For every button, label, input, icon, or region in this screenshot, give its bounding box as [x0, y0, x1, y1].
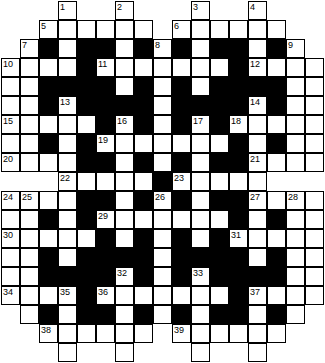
clue-number: 34: [3, 287, 13, 297]
grid-cell[interactable]: [248, 20, 267, 39]
clue-number: 18: [231, 116, 241, 126]
grid-cell[interactable]: [58, 324, 77, 343]
block-cell: [96, 229, 115, 248]
block-cell: [229, 39, 248, 58]
block-cell: [172, 115, 191, 134]
block-cell: [39, 210, 58, 229]
grid-cell[interactable]: 19: [96, 134, 115, 153]
grid-cell[interactable]: 3: [191, 1, 210, 20]
grid-cell[interactable]: [153, 210, 172, 229]
grid-cell[interactable]: 36: [96, 286, 115, 305]
grid-cell[interactable]: [267, 324, 286, 343]
grid-cell[interactable]: [115, 191, 134, 210]
grid-cell[interactable]: [1, 96, 20, 115]
grid-cell[interactable]: [191, 134, 210, 153]
grid-cell[interactable]: [286, 305, 305, 324]
grid-cell[interactable]: [115, 39, 134, 58]
block-cell: [229, 77, 248, 96]
grid-cell[interactable]: [267, 229, 286, 248]
grid-cell[interactable]: [153, 305, 172, 324]
grid-cell[interactable]: [286, 267, 305, 286]
grid-cell[interactable]: [191, 286, 210, 305]
outside-area: [267, 172, 286, 191]
grid-cell[interactable]: 31: [229, 229, 248, 248]
grid-cell[interactable]: [286, 153, 305, 172]
grid-cell[interactable]: [248, 324, 267, 343]
grid-cell[interactable]: [229, 324, 248, 343]
clue-number: 32: [117, 268, 127, 278]
clue-number: 24: [3, 192, 13, 202]
grid-cell[interactable]: [286, 134, 305, 153]
grid-cell[interactable]: 11: [96, 58, 115, 77]
grid-cell[interactable]: [191, 153, 210, 172]
grid-cell[interactable]: [58, 305, 77, 324]
grid-cell[interactable]: [210, 210, 229, 229]
clue-number: 26: [155, 192, 165, 202]
grid-cell[interactable]: [210, 20, 229, 39]
block-cell: [210, 39, 229, 58]
grid-cell[interactable]: [153, 267, 172, 286]
grid-cell[interactable]: [191, 305, 210, 324]
grid-cell[interactable]: 14: [248, 96, 267, 115]
block-cell: [267, 96, 286, 115]
block-cell: [172, 153, 191, 172]
grid-cell[interactable]: 30: [1, 229, 20, 248]
grid-cell[interactable]: [267, 58, 286, 77]
grid-cell[interactable]: [58, 343, 77, 362]
grid-cell[interactable]: [115, 229, 134, 248]
grid-cell[interactable]: [267, 153, 286, 172]
clue-number: 14: [250, 97, 260, 107]
block-cell: [267, 267, 286, 286]
grid-cell[interactable]: [115, 77, 134, 96]
block-cell: [77, 267, 96, 286]
outside-area: [305, 39, 324, 58]
outside-area: [305, 305, 324, 324]
block-cell: [134, 267, 153, 286]
grid-cell[interactable]: [58, 58, 77, 77]
block-cell: [172, 96, 191, 115]
grid-cell[interactable]: [115, 343, 134, 362]
clue-number: 5: [41, 21, 46, 31]
outside-area: [1, 343, 20, 362]
grid-cell[interactable]: [20, 96, 39, 115]
grid-cell[interactable]: [153, 58, 172, 77]
grid-cell[interactable]: [210, 134, 229, 153]
block-cell: [172, 267, 191, 286]
grid-cell[interactable]: [77, 20, 96, 39]
grid-cell[interactable]: [248, 134, 267, 153]
block-cell: [172, 229, 191, 248]
grid-cell[interactable]: 16: [115, 115, 134, 134]
block-cell: [153, 172, 172, 191]
grid-cell[interactable]: [115, 58, 134, 77]
grid-cell[interactable]: [20, 229, 39, 248]
grid-cell[interactable]: [305, 134, 324, 153]
grid-cell[interactable]: [134, 324, 153, 343]
grid-cell[interactable]: 29: [96, 210, 115, 229]
outside-area: [305, 1, 324, 20]
block-cell: [134, 229, 153, 248]
grid-cell[interactable]: 24: [1, 191, 20, 210]
grid-cell[interactable]: 18: [229, 115, 248, 134]
grid-cell[interactable]: [191, 343, 210, 362]
clue-number: 4: [250, 2, 255, 12]
block-cell: [210, 115, 229, 134]
block-cell: [77, 39, 96, 58]
grid-cell[interactable]: 5: [39, 20, 58, 39]
grid-cell[interactable]: [20, 115, 39, 134]
grid-cell[interactable]: [305, 210, 324, 229]
grid-cell[interactable]: [134, 286, 153, 305]
grid-cell[interactable]: [248, 115, 267, 134]
block-cell: [229, 210, 248, 229]
block-cell: [248, 77, 267, 96]
grid-cell[interactable]: 26: [153, 191, 172, 210]
grid-cell[interactable]: [134, 134, 153, 153]
clue-number: 1: [60, 2, 65, 12]
block-cell: [210, 229, 229, 248]
block-cell: [229, 267, 248, 286]
grid-cell[interactable]: [191, 229, 210, 248]
grid-cell[interactable]: [191, 58, 210, 77]
grid-cell[interactable]: [248, 172, 267, 191]
grid-cell[interactable]: [58, 39, 77, 58]
clue-number: 36: [98, 287, 108, 297]
block-cell: [229, 96, 248, 115]
block-cell: [172, 39, 191, 58]
clue-number: 25: [22, 192, 32, 202]
grid-cell[interactable]: [286, 229, 305, 248]
grid-cell[interactable]: [191, 20, 210, 39]
grid-cell[interactable]: [153, 229, 172, 248]
block-cell: [39, 248, 58, 267]
clue-number: 17: [193, 116, 203, 126]
grid-cell[interactable]: [267, 20, 286, 39]
block-cell: [134, 96, 153, 115]
block-cell: [96, 77, 115, 96]
grid-cell[interactable]: 9: [286, 39, 305, 58]
clue-number: 10: [3, 59, 13, 69]
grid-cell[interactable]: [248, 305, 267, 324]
block-cell: [39, 134, 58, 153]
block-cell: [248, 267, 267, 286]
clue-number: 21: [250, 154, 260, 164]
clue-number: 11: [98, 59, 107, 69]
block-cell: [210, 248, 229, 267]
grid-cell[interactable]: [20, 134, 39, 153]
grid-cell[interactable]: [305, 58, 324, 77]
block-cell: [229, 305, 248, 324]
outside-area: [20, 1, 39, 20]
block-cell: [210, 153, 229, 172]
grid-cell[interactable]: 39: [172, 324, 191, 343]
outside-area: [267, 1, 286, 20]
grid-cell[interactable]: [305, 115, 324, 134]
grid-cell[interactable]: [20, 77, 39, 96]
block-cell: [96, 96, 115, 115]
grid-cell[interactable]: [191, 77, 210, 96]
grid-cell[interactable]: 22: [58, 172, 77, 191]
grid-cell[interactable]: [305, 286, 324, 305]
clue-number: 3: [193, 2, 198, 12]
grid-cell[interactable]: [305, 77, 324, 96]
clue-number: 22: [60, 173, 70, 183]
grid-cell[interactable]: [20, 248, 39, 267]
grid-cell[interactable]: [39, 115, 58, 134]
grid-cell[interactable]: [210, 286, 229, 305]
grid-cell[interactable]: [77, 229, 96, 248]
grid-cell[interactable]: [58, 134, 77, 153]
grid-cell[interactable]: [20, 58, 39, 77]
outside-area: [39, 172, 58, 191]
grid-cell[interactable]: [153, 77, 172, 96]
grid-cell[interactable]: [115, 153, 134, 172]
grid-cell[interactable]: [20, 267, 39, 286]
grid-cell[interactable]: 28: [286, 191, 305, 210]
grid-cell[interactable]: [248, 343, 267, 362]
grid-cell[interactable]: [1, 134, 20, 153]
grid-cell[interactable]: [115, 305, 134, 324]
grid-cell[interactable]: [20, 153, 39, 172]
outside-area: [134, 343, 153, 362]
block-cell: [115, 248, 134, 267]
outside-area: [153, 20, 172, 39]
block-cell: [229, 134, 248, 153]
grid-cell[interactable]: [115, 210, 134, 229]
grid-cell[interactable]: [248, 229, 267, 248]
grid-cell[interactable]: [96, 324, 115, 343]
grid-cell[interactable]: [115, 324, 134, 343]
grid-cell[interactable]: 38: [39, 324, 58, 343]
block-cell: [191, 248, 210, 267]
block-cell: [172, 77, 191, 96]
block-cell: [96, 115, 115, 134]
grid-cell[interactable]: 4: [248, 1, 267, 20]
block-cell: [229, 286, 248, 305]
outside-area: [229, 343, 248, 362]
clue-number: 20: [3, 154, 13, 164]
grid-cell[interactable]: [172, 58, 191, 77]
grid-cell[interactable]: 21: [248, 153, 267, 172]
grid-cell[interactable]: [58, 248, 77, 267]
grid-cell[interactable]: [286, 77, 305, 96]
grid-cell[interactable]: 34: [1, 286, 20, 305]
block-cell: [77, 96, 96, 115]
grid-cell[interactable]: [58, 191, 77, 210]
grid-cell[interactable]: [267, 191, 286, 210]
grid-cell[interactable]: 10: [1, 58, 20, 77]
grid-cell[interactable]: [115, 172, 134, 191]
crossword-board: 1234567891011121314151617181920212223242…: [0, 0, 325, 363]
grid-cell[interactable]: [286, 58, 305, 77]
grid-cell[interactable]: [229, 20, 248, 39]
grid-cell[interactable]: [305, 153, 324, 172]
grid-cell[interactable]: [305, 96, 324, 115]
grid-cell[interactable]: [191, 172, 210, 191]
grid-cell[interactable]: 27: [248, 191, 267, 210]
grid-cell[interactable]: [58, 115, 77, 134]
grid-cell[interactable]: [305, 267, 324, 286]
grid-cell[interactable]: [172, 134, 191, 153]
block-cell: [39, 305, 58, 324]
block-cell: [267, 77, 286, 96]
grid-cell[interactable]: 1: [58, 1, 77, 20]
grid-cell[interactable]: [1, 77, 20, 96]
grid-cell[interactable]: [191, 39, 210, 58]
grid-cell[interactable]: [286, 286, 305, 305]
grid-cell[interactable]: [77, 115, 96, 134]
grid-cell[interactable]: [39, 286, 58, 305]
grid-cell[interactable]: [229, 172, 248, 191]
grid-cell[interactable]: [1, 267, 20, 286]
grid-cell[interactable]: [172, 286, 191, 305]
grid-cell[interactable]: [115, 286, 134, 305]
clue-number: 29: [98, 211, 108, 221]
clue-number: 7: [22, 40, 27, 50]
block-cell: [229, 153, 248, 172]
clue-number: 13: [60, 97, 70, 107]
block-cell: [172, 305, 191, 324]
grid-cell[interactable]: 12: [248, 58, 267, 77]
grid-cell[interactable]: 23: [172, 172, 191, 191]
grid-cell[interactable]: [267, 286, 286, 305]
block-cell: [77, 77, 96, 96]
block-cell: [229, 58, 248, 77]
grid-cell[interactable]: [153, 153, 172, 172]
grid-cell[interactable]: [58, 153, 77, 172]
grid-cell[interactable]: [153, 134, 172, 153]
block-cell: [267, 305, 286, 324]
block-cell: [210, 191, 229, 210]
grid-cell[interactable]: [153, 115, 172, 134]
grid-cell[interactable]: [248, 210, 267, 229]
block-cell: [77, 286, 96, 305]
outside-area: [305, 20, 324, 39]
grid-cell[interactable]: [134, 20, 153, 39]
outside-area: [96, 343, 115, 362]
outside-area: [39, 343, 58, 362]
grid-cell[interactable]: [286, 115, 305, 134]
grid-cell[interactable]: [20, 210, 39, 229]
grid-cell[interactable]: [77, 172, 96, 191]
grid-cell[interactable]: [58, 229, 77, 248]
grid-cell[interactable]: [1, 248, 20, 267]
grid-cell[interactable]: 35: [58, 286, 77, 305]
grid-cell[interactable]: [305, 191, 324, 210]
grid-cell[interactable]: [153, 96, 172, 115]
grid-cell[interactable]: [191, 191, 210, 210]
clue-number: 37: [250, 287, 260, 297]
outside-area: [77, 343, 96, 362]
grid-cell[interactable]: [1, 210, 20, 229]
grid-cell[interactable]: [210, 172, 229, 191]
grid-cell[interactable]: [286, 96, 305, 115]
grid-cell[interactable]: [77, 324, 96, 343]
outside-area: [77, 1, 96, 20]
clue-number: 19: [98, 135, 108, 145]
grid-cell[interactable]: 13: [58, 96, 77, 115]
block-cell: [39, 77, 58, 96]
outside-area: [305, 172, 324, 191]
grid-cell[interactable]: [286, 248, 305, 267]
grid-cell[interactable]: [134, 58, 153, 77]
clue-number: 6: [174, 21, 179, 31]
grid-cell[interactable]: [191, 324, 210, 343]
clue-number: 30: [3, 230, 13, 240]
grid-cell[interactable]: [172, 210, 191, 229]
grid-cell[interactable]: 33: [191, 267, 210, 286]
grid-cell[interactable]: [134, 172, 153, 191]
outside-area: [286, 1, 305, 20]
grid-cell[interactable]: [115, 134, 134, 153]
grid-cell[interactable]: [115, 20, 134, 39]
grid-cell[interactable]: 25: [20, 191, 39, 210]
grid-cell[interactable]: [153, 286, 172, 305]
grid-cell[interactable]: [58, 20, 77, 39]
grid-cell[interactable]: [39, 153, 58, 172]
block-cell: [77, 191, 96, 210]
grid-cell[interactable]: [267, 115, 286, 134]
grid-cell[interactable]: [191, 210, 210, 229]
block-cell: [172, 191, 191, 210]
grid-cell[interactable]: [20, 305, 39, 324]
grid-cell[interactable]: 32: [115, 267, 134, 286]
grid-cell[interactable]: [20, 286, 39, 305]
grid-cell[interactable]: [210, 58, 229, 77]
grid-cell[interactable]: 37: [248, 286, 267, 305]
outside-area: [153, 324, 172, 343]
block-cell: [229, 191, 248, 210]
grid-cell[interactable]: 6: [172, 20, 191, 39]
grid-cell[interactable]: 17: [191, 115, 210, 134]
grid-cell[interactable]: [96, 20, 115, 39]
grid-cell[interactable]: [39, 191, 58, 210]
clue-number: 12: [250, 59, 260, 69]
grid-cell[interactable]: [305, 248, 324, 267]
grid-cell[interactable]: [58, 210, 77, 229]
block-cell: [77, 134, 96, 153]
block-cell: [134, 191, 153, 210]
grid-cell[interactable]: [153, 248, 172, 267]
outside-area: [1, 305, 20, 324]
grid-cell[interactable]: [39, 229, 58, 248]
block-cell: [134, 153, 153, 172]
grid-cell[interactable]: [210, 324, 229, 343]
grid-cell[interactable]: 7: [20, 39, 39, 58]
grid-cell[interactable]: [305, 229, 324, 248]
clue-number: 27: [250, 192, 260, 202]
grid-cell[interactable]: [248, 248, 267, 267]
block-cell: [134, 77, 153, 96]
grid-cell[interactable]: 8: [153, 39, 172, 58]
block-cell: [96, 305, 115, 324]
block-cell: [267, 248, 286, 267]
grid-cell[interactable]: [286, 210, 305, 229]
outside-area: [96, 1, 115, 20]
grid-cell[interactable]: 2: [115, 1, 134, 20]
grid-cell[interactable]: 20: [1, 153, 20, 172]
clue-number: 38: [41, 325, 51, 335]
clue-number: 16: [117, 116, 127, 126]
grid-cell[interactable]: [134, 210, 153, 229]
grid-cell[interactable]: [248, 39, 267, 58]
grid-cell[interactable]: [39, 58, 58, 77]
block-cell: [96, 191, 115, 210]
outside-area: [172, 1, 191, 20]
grid-cell[interactable]: 15: [1, 115, 20, 134]
grid-cell[interactable]: [96, 172, 115, 191]
